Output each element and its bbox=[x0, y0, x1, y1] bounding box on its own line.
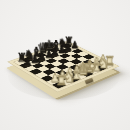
piece-black-pawn-a7: ♟ bbox=[16, 56, 38, 67]
piece-cell-a1: ♜ bbox=[52, 82, 65, 89]
chess-set-photo: ♜♞♝♛♚♝♞♜♟♟♟♟♟♟♟♟♟♟♟♟♟♟♟♟♜♞♝♛♚♝♞♜ bbox=[0, 0, 130, 130]
piece-white-rook-a1: ♜ bbox=[50, 74, 74, 87]
